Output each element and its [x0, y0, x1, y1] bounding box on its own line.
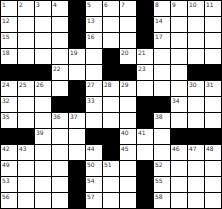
- cell-r11c2[interactable]: [35, 177, 51, 192]
- clue-number-35: 35: [2, 113, 10, 120]
- cell-r9c10[interactable]: 46: [171, 145, 187, 160]
- clue-number-4: 4: [53, 1, 57, 8]
- cell-r3c1[interactable]: [18, 49, 34, 64]
- cell-r1c1[interactable]: [18, 17, 34, 32]
- clue-number-56: 56: [2, 193, 10, 200]
- cell-r7c4[interactable]: 37: [69, 113, 85, 128]
- cell-r12c10[interactable]: [171, 193, 187, 208]
- cell-r11c12[interactable]: [205, 177, 221, 192]
- cell-r11c9[interactable]: 55: [154, 177, 170, 192]
- clue-number-24: 24: [2, 81, 10, 88]
- cell-r7c1[interactable]: [18, 113, 34, 128]
- cell-r3c7[interactable]: 20: [120, 49, 136, 64]
- cell-r5c5[interactable]: 27: [86, 81, 102, 96]
- cell-r10c11[interactable]: [188, 161, 204, 176]
- cell-r0c12[interactable]: 11: [205, 1, 221, 16]
- cell-r11c6[interactable]: [103, 177, 119, 192]
- cell-r7c5[interactable]: [86, 113, 102, 128]
- clue-number-16: 16: [87, 33, 95, 40]
- cell-r9c9[interactable]: [154, 145, 170, 160]
- cell-r5c9[interactable]: [154, 81, 170, 96]
- clue-number-44: 44: [87, 145, 95, 152]
- clue-number-14: 14: [155, 17, 163, 24]
- black-cell-r12c8: [137, 193, 153, 208]
- black-cell-r8c12: [205, 129, 221, 144]
- clue-number-54: 54: [87, 177, 95, 184]
- cell-r9c2[interactable]: [35, 145, 51, 160]
- cell-r5c3[interactable]: [52, 81, 68, 96]
- black-cell-r0c8: [137, 1, 153, 16]
- cell-r1c6[interactable]: [103, 17, 119, 32]
- black-cell-r1c8: [137, 17, 153, 32]
- cell-r6c7[interactable]: [120, 97, 136, 112]
- cell-r7c6[interactable]: [103, 113, 119, 128]
- cell-r2c0[interactable]: 15: [1, 33, 17, 48]
- cell-r7c0[interactable]: 35: [1, 113, 17, 128]
- cell-r6c6[interactable]: [103, 97, 119, 112]
- clue-number-21: 21: [138, 49, 146, 56]
- cell-r11c7[interactable]: [120, 177, 136, 192]
- cell-r9c12[interactable]: 48: [205, 145, 221, 160]
- cell-r8c9[interactable]: [154, 129, 170, 144]
- cell-r7c7[interactable]: [120, 113, 136, 128]
- cell-r3c4[interactable]: 19: [69, 49, 85, 64]
- cell-r7c3[interactable]: 36: [52, 113, 68, 128]
- cell-r2c10[interactable]: [171, 33, 187, 48]
- cell-r3c0[interactable]: 18: [1, 49, 17, 64]
- black-cell-r8c10: [171, 129, 187, 144]
- clue-number-7: 7: [121, 1, 125, 8]
- black-cell-r8c1: [18, 129, 34, 144]
- cell-r0c9[interactable]: 8: [154, 1, 170, 16]
- clue-number-9: 9: [172, 1, 176, 8]
- clue-number-23: 23: [138, 65, 146, 72]
- clue-number-12: 12: [2, 17, 10, 24]
- black-cell-r4c12: [205, 65, 221, 80]
- black-cell-r1c4: [69, 17, 85, 32]
- cell-r2c1[interactable]: [18, 33, 34, 48]
- cell-r10c10[interactable]: [171, 161, 187, 176]
- cell-r7c10[interactable]: [171, 113, 187, 128]
- cell-r12c12[interactable]: [205, 193, 221, 208]
- black-cell-r8c11: [188, 129, 204, 144]
- black-cell-r4c1: [18, 65, 34, 80]
- cell-r6c1[interactable]: [18, 97, 34, 112]
- cell-r12c11[interactable]: [188, 193, 204, 208]
- cell-r1c0[interactable]: 12: [1, 17, 17, 32]
- clue-number-32: 32: [2, 97, 10, 104]
- black-cell-r9c6: [103, 145, 119, 160]
- clue-number-5: 5: [87, 1, 91, 8]
- cell-r5c6[interactable]: 28: [103, 81, 119, 96]
- black-cell-r10c8: [137, 161, 153, 176]
- cell-r0c5[interactable]: 5: [86, 1, 102, 16]
- cell-r10c1[interactable]: [18, 161, 34, 176]
- clue-number-30: 30: [189, 81, 197, 88]
- clue-number-1: 1: [2, 1, 6, 8]
- cell-r11c5[interactable]: 54: [86, 177, 102, 192]
- cell-r2c6[interactable]: [103, 33, 119, 48]
- black-cell-r2c8: [137, 33, 153, 48]
- cell-r1c10[interactable]: [171, 17, 187, 32]
- clue-number-17: 17: [155, 33, 163, 40]
- clue-number-11: 11: [206, 1, 214, 8]
- black-cell-r6c8: [137, 97, 153, 112]
- black-cell-r3c6: [103, 49, 119, 64]
- clue-number-43: 43: [19, 145, 27, 152]
- cell-r5c10[interactable]: [171, 81, 187, 96]
- cell-r2c7[interactable]: [120, 33, 136, 48]
- cell-r5c2[interactable]: 26: [35, 81, 51, 96]
- cell-r0c11[interactable]: 10: [188, 1, 204, 16]
- cell-r10c2[interactable]: [35, 161, 51, 176]
- clue-number-10: 10: [189, 1, 197, 8]
- clue-number-3: 3: [36, 1, 40, 8]
- black-cell-r12c4: [69, 193, 85, 208]
- cell-r12c2[interactable]: [35, 193, 51, 208]
- cell-r5c0[interactable]: 24: [1, 81, 17, 96]
- black-cell-r5c4: [69, 81, 85, 96]
- cell-r10c3[interactable]: [52, 161, 68, 176]
- clue-number-40: 40: [121, 129, 129, 136]
- cell-r5c8[interactable]: [137, 81, 153, 96]
- cell-r12c5[interactable]: 57: [86, 193, 102, 208]
- cell-r2c2[interactable]: [35, 33, 51, 48]
- clue-number-22: 22: [53, 65, 61, 72]
- cell-r0c3[interactable]: 4: [52, 1, 68, 16]
- black-cell-r11c8: [137, 177, 153, 192]
- cell-r3c8[interactable]: 21: [137, 49, 153, 64]
- cell-r12c1[interactable]: [18, 193, 34, 208]
- black-cell-r7c8: [137, 113, 153, 128]
- black-cell-r4c7: [120, 65, 136, 80]
- cell-r4c3[interactable]: 22: [52, 65, 68, 80]
- clue-number-31: 31: [206, 81, 214, 88]
- cell-r1c3[interactable]: [52, 17, 68, 32]
- clue-number-57: 57: [87, 193, 95, 200]
- clue-number-50: 50: [87, 161, 95, 168]
- cell-r8c4[interactable]: [69, 129, 85, 144]
- clue-number-33: 33: [87, 97, 95, 104]
- cell-r4c9[interactable]: [154, 65, 170, 80]
- black-cell-r4c6: [103, 65, 119, 80]
- cell-r1c5[interactable]: 13: [86, 17, 102, 32]
- cell-r12c3[interactable]: [52, 193, 68, 208]
- cell-r10c9[interactable]: 52: [154, 161, 170, 176]
- cell-r8c3[interactable]: [52, 129, 68, 144]
- cell-r8c2[interactable]: 39: [35, 129, 51, 144]
- cell-r6c11[interactable]: [188, 97, 204, 112]
- cell-r10c6[interactable]: 51: [103, 161, 119, 176]
- clue-number-2: 2: [19, 1, 23, 8]
- clue-number-49: 49: [2, 161, 10, 168]
- cell-r1c2[interactable]: [35, 17, 51, 32]
- cell-r5c12[interactable]: 31: [205, 81, 221, 96]
- clue-number-15: 15: [2, 33, 10, 40]
- cell-r6c0[interactable]: 32: [1, 97, 17, 112]
- clue-number-51: 51: [104, 161, 112, 168]
- clue-number-48: 48: [206, 145, 214, 152]
- clue-number-52: 52: [155, 161, 163, 168]
- clue-number-19: 19: [70, 49, 78, 56]
- black-cell-r6c4: [69, 97, 85, 112]
- cell-r6c10[interactable]: 34: [171, 97, 187, 112]
- cell-r12c0[interactable]: 56: [1, 193, 17, 208]
- black-cell-r11c4: [69, 177, 85, 192]
- cell-r0c7[interactable]: 7: [120, 1, 136, 16]
- cell-r11c3[interactable]: [52, 177, 68, 192]
- cell-r11c10[interactable]: [171, 177, 187, 192]
- cell-r7c12[interactable]: [205, 113, 221, 128]
- cell-r6c12[interactable]: [205, 97, 221, 112]
- cell-r10c12[interactable]: [205, 161, 221, 176]
- clue-number-25: 25: [19, 81, 27, 88]
- clue-number-6: 6: [104, 1, 108, 8]
- clue-number-58: 58: [155, 193, 163, 200]
- clue-number-41: 41: [138, 129, 146, 136]
- cell-r3c2[interactable]: [35, 49, 51, 64]
- cell-r3c12[interactable]: [205, 49, 221, 64]
- cell-r10c5[interactable]: 50: [86, 161, 102, 176]
- cell-r11c1[interactable]: [18, 177, 34, 192]
- clue-number-29: 29: [121, 81, 129, 88]
- cell-r4c4[interactable]: [69, 65, 85, 80]
- cell-r12c6[interactable]: [103, 193, 119, 208]
- cell-r12c9[interactable]: 58: [154, 193, 170, 208]
- cell-r9c8[interactable]: [137, 145, 153, 160]
- clue-number-8: 8: [155, 1, 159, 8]
- cell-r9c11[interactable]: 47: [188, 145, 204, 160]
- cell-r5c1[interactable]: 25: [18, 81, 34, 96]
- cell-r9c5[interactable]: 44: [86, 145, 102, 160]
- cell-r8c8[interactable]: 41: [137, 129, 153, 144]
- cell-r3c3[interactable]: [52, 49, 68, 64]
- clue-number-28: 28: [104, 81, 112, 88]
- cell-r5c11[interactable]: 30: [188, 81, 204, 96]
- cell-r7c11[interactable]: [188, 113, 204, 128]
- crossword-grid: 1234567891011121314151617181920212223242…: [0, 0, 222, 209]
- cell-r10c7[interactable]: [120, 161, 136, 176]
- cell-r3c5[interactable]: [86, 49, 102, 64]
- cell-r12c7[interactable]: [120, 193, 136, 208]
- cell-r1c11[interactable]: [188, 17, 204, 32]
- cell-r9c0[interactable]: 42: [1, 145, 17, 160]
- cell-r9c4[interactable]: [69, 145, 85, 160]
- cell-r8c7[interactable]: 40: [120, 129, 136, 144]
- black-cell-r4c2: [35, 65, 51, 80]
- cell-r11c0[interactable]: 53: [1, 177, 17, 192]
- cell-r3c11[interactable]: [188, 49, 204, 64]
- black-cell-r2c4: [69, 33, 85, 48]
- cell-r6c5[interactable]: 33: [86, 97, 102, 112]
- clue-number-13: 13: [87, 17, 95, 24]
- clue-number-53: 53: [2, 177, 10, 184]
- black-cell-r4c0: [1, 65, 17, 80]
- clue-number-46: 46: [172, 145, 180, 152]
- cell-r7c2[interactable]: [35, 113, 51, 128]
- cell-r2c5[interactable]: 16: [86, 33, 102, 48]
- clue-number-18: 18: [2, 49, 10, 56]
- cell-r0c0[interactable]: 1: [1, 1, 17, 16]
- black-cell-r8c6: [103, 129, 119, 144]
- cell-r2c3[interactable]: [52, 33, 68, 48]
- cell-r4c10[interactable]: [171, 65, 187, 80]
- clue-number-26: 26: [36, 81, 44, 88]
- cell-r2c9[interactable]: 17: [154, 33, 170, 48]
- clue-number-37: 37: [70, 113, 78, 120]
- cell-r5c7[interactable]: 29: [120, 81, 136, 96]
- clue-number-36: 36: [53, 113, 61, 120]
- cell-r6c2[interactable]: [35, 97, 51, 112]
- cell-r1c12[interactable]: [205, 17, 221, 32]
- cell-r9c7[interactable]: 45: [120, 145, 136, 160]
- cell-r3c10[interactable]: [171, 49, 187, 64]
- cell-r4c5[interactable]: [86, 65, 102, 80]
- black-cell-r8c5: [86, 129, 102, 144]
- black-cell-r6c3: [52, 97, 68, 112]
- clue-number-45: 45: [121, 145, 129, 152]
- cell-r0c2[interactable]: 3: [35, 1, 51, 16]
- cell-r0c1[interactable]: 2: [18, 1, 34, 16]
- cell-r0c6[interactable]: 6: [103, 1, 119, 16]
- black-cell-r8c0: [1, 129, 17, 144]
- cell-r1c9[interactable]: 14: [154, 17, 170, 32]
- cell-r4c8[interactable]: 23: [137, 65, 153, 80]
- cell-r7c9[interactable]: 38: [154, 113, 170, 128]
- clue-number-39: 39: [36, 129, 44, 136]
- clue-number-20: 20: [121, 49, 129, 56]
- cell-r1c7[interactable]: [120, 17, 136, 32]
- cell-r9c3[interactable]: [52, 145, 68, 160]
- black-cell-r0c4: [69, 1, 85, 16]
- clue-number-42: 42: [2, 145, 10, 152]
- black-cell-r6c9: [154, 97, 170, 112]
- cell-r2c12[interactable]: [205, 33, 221, 48]
- cell-r2c11[interactable]: [188, 33, 204, 48]
- clue-number-55: 55: [155, 177, 163, 184]
- cell-r3c9[interactable]: [154, 49, 170, 64]
- clue-number-34: 34: [172, 97, 180, 104]
- cell-r0c10[interactable]: 9: [171, 1, 187, 16]
- clue-number-47: 47: [189, 145, 197, 152]
- cell-r9c1[interactable]: 43: [18, 145, 34, 160]
- clue-number-27: 27: [87, 81, 95, 88]
- cell-r10c0[interactable]: 49: [1, 161, 17, 176]
- black-cell-r4c11: [188, 65, 204, 80]
- clue-number-38: 38: [155, 113, 163, 120]
- black-cell-r10c4: [69, 161, 85, 176]
- cell-r11c11[interactable]: [188, 177, 204, 192]
